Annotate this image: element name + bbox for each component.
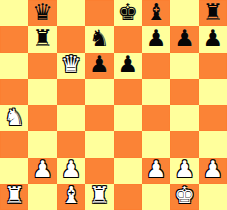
square-a2[interactable] — [0, 158, 28, 184]
square-c2[interactable]: ♟ — [57, 158, 85, 184]
piece-black-pawn: ♟ — [117, 53, 138, 76]
square-d4[interactable] — [85, 105, 113, 131]
square-b1[interactable] — [28, 184, 56, 210]
square-f4[interactable] — [142, 105, 170, 131]
square-b5[interactable] — [28, 79, 56, 105]
square-a1[interactable]: ♜ — [0, 184, 28, 210]
piece-white-rook: ♜ — [4, 184, 25, 207]
piece-white-king: ♚ — [174, 184, 195, 207]
square-g7[interactable]: ♟ — [170, 26, 198, 52]
square-h2[interactable]: ♟ — [199, 158, 227, 184]
square-e4[interactable] — [114, 105, 142, 131]
piece-black-pawn: ♟ — [174, 27, 195, 50]
square-h7[interactable]: ♟ — [199, 26, 227, 52]
square-g2[interactable]: ♟ — [170, 158, 198, 184]
square-f2[interactable]: ♟ — [142, 158, 170, 184]
piece-black-queen: ♛ — [32, 1, 53, 24]
square-a5[interactable] — [0, 79, 28, 105]
chess-board: ♛♚♝♜♜♞♟♟♟♛♟♟♞♟♟♟♟♟♜♝♜♚ — [0, 0, 227, 210]
square-h3[interactable] — [199, 131, 227, 157]
square-a4[interactable]: ♞ — [0, 105, 28, 131]
piece-white-pawn: ♟ — [61, 158, 82, 181]
square-a6[interactable] — [0, 53, 28, 79]
square-c8[interactable] — [57, 0, 85, 26]
square-g8[interactable] — [170, 0, 198, 26]
piece-white-pawn: ♟ — [146, 158, 167, 181]
square-h1[interactable] — [199, 184, 227, 210]
piece-black-king: ♚ — [117, 1, 138, 24]
square-g4[interactable] — [170, 105, 198, 131]
square-f7[interactable]: ♟ — [142, 26, 170, 52]
square-d1[interactable]: ♜ — [85, 184, 113, 210]
square-c5[interactable] — [57, 79, 85, 105]
square-d6[interactable]: ♟ — [85, 53, 113, 79]
square-d7[interactable]: ♞ — [85, 26, 113, 52]
piece-white-knight: ♞ — [4, 106, 25, 129]
square-e6[interactable]: ♟ — [114, 53, 142, 79]
square-b3[interactable] — [28, 131, 56, 157]
square-d8[interactable] — [85, 0, 113, 26]
square-h8[interactable]: ♜ — [199, 0, 227, 26]
square-c7[interactable] — [57, 26, 85, 52]
square-b8[interactable]: ♛ — [28, 0, 56, 26]
square-e3[interactable] — [114, 131, 142, 157]
square-g3[interactable] — [170, 131, 198, 157]
square-g1[interactable]: ♚ — [170, 184, 198, 210]
piece-black-rook: ♜ — [203, 1, 224, 24]
piece-black-knight: ♞ — [89, 27, 110, 50]
square-d5[interactable] — [85, 79, 113, 105]
square-c3[interactable] — [57, 131, 85, 157]
square-h4[interactable] — [199, 105, 227, 131]
square-c1[interactable]: ♝ — [57, 184, 85, 210]
square-e1[interactable] — [114, 184, 142, 210]
square-e7[interactable] — [114, 26, 142, 52]
square-g5[interactable] — [170, 79, 198, 105]
square-b7[interactable]: ♜ — [28, 26, 56, 52]
square-f5[interactable] — [142, 79, 170, 105]
square-f1[interactable] — [142, 184, 170, 210]
square-c6[interactable]: ♛ — [57, 53, 85, 79]
piece-white-pawn: ♟ — [174, 158, 195, 181]
square-b2[interactable]: ♟ — [28, 158, 56, 184]
square-f3[interactable] — [142, 131, 170, 157]
piece-white-queen: ♛ — [61, 53, 82, 76]
square-f8[interactable]: ♝ — [142, 0, 170, 26]
square-e8[interactable]: ♚ — [114, 0, 142, 26]
piece-white-bishop: ♝ — [61, 184, 82, 207]
square-h6[interactable] — [199, 53, 227, 79]
square-g6[interactable] — [170, 53, 198, 79]
piece-white-rook: ♜ — [89, 184, 110, 207]
piece-black-pawn: ♟ — [89, 53, 110, 76]
square-b4[interactable] — [28, 105, 56, 131]
piece-black-pawn: ♟ — [146, 27, 167, 50]
piece-black-rook: ♜ — [32, 27, 53, 50]
square-b6[interactable] — [28, 53, 56, 79]
square-d3[interactable] — [85, 131, 113, 157]
square-a8[interactable] — [0, 0, 28, 26]
piece-white-pawn: ♟ — [203, 158, 224, 181]
piece-white-pawn: ♟ — [32, 158, 53, 181]
square-a7[interactable] — [0, 26, 28, 52]
square-c4[interactable] — [57, 105, 85, 131]
square-f6[interactable] — [142, 53, 170, 79]
square-e2[interactable] — [114, 158, 142, 184]
square-h5[interactable] — [199, 79, 227, 105]
square-a3[interactable] — [0, 131, 28, 157]
piece-black-bishop: ♝ — [146, 1, 167, 24]
piece-black-pawn: ♟ — [203, 27, 224, 50]
square-e5[interactable] — [114, 79, 142, 105]
square-d2[interactable] — [85, 158, 113, 184]
